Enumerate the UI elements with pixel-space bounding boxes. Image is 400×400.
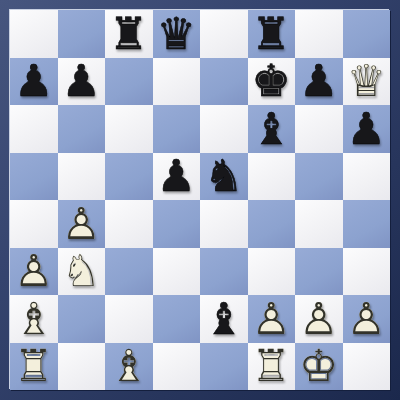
square-h7[interactable]: ♛♕ <box>343 58 391 106</box>
piece-black-bishop-e2[interactable]: ♝ <box>200 295 248 343</box>
square-d7[interactable] <box>153 58 201 106</box>
square-c4[interactable] <box>105 200 153 248</box>
square-f4[interactable] <box>248 200 296 248</box>
black-bishop-icon: ♝ <box>248 105 296 153</box>
black-pawn-icon: ♟ <box>58 58 106 106</box>
square-e2[interactable]: ♝ <box>200 295 248 343</box>
piece-white-pawn-f2[interactable]: ♟♙ <box>248 295 296 343</box>
square-f7[interactable]: ♚ <box>248 58 296 106</box>
black-rook-icon: ♜ <box>248 10 296 58</box>
square-a7[interactable]: ♟ <box>10 58 58 106</box>
square-f5[interactable] <box>248 153 296 201</box>
square-b1[interactable] <box>58 343 106 391</box>
square-g1[interactable]: ♚♔ <box>295 343 343 391</box>
black-king-icon: ♚ <box>248 58 296 106</box>
white-pawn-outline-icon: ♙ <box>10 248 58 296</box>
square-d8[interactable]: ♛ <box>153 10 201 58</box>
square-e1[interactable] <box>200 343 248 391</box>
piece-white-knight-b3[interactable]: ♞♘ <box>58 248 106 296</box>
square-c1[interactable]: ♝♗ <box>105 343 153 391</box>
square-d4[interactable] <box>153 200 201 248</box>
square-g8[interactable] <box>295 10 343 58</box>
square-d6[interactable] <box>153 105 201 153</box>
piece-black-king-f7[interactable]: ♚ <box>248 58 296 106</box>
square-g4[interactable] <box>295 200 343 248</box>
piece-white-bishop-c1[interactable]: ♝♗ <box>105 343 153 391</box>
white-queen-outline-icon: ♕ <box>343 58 391 106</box>
black-pawn-icon: ♟ <box>10 58 58 106</box>
black-pawn-icon: ♟ <box>343 105 391 153</box>
black-queen-icon: ♛ <box>153 10 201 58</box>
piece-black-rook-c8[interactable]: ♜ <box>105 10 153 58</box>
square-f8[interactable]: ♜ <box>248 10 296 58</box>
piece-white-pawn-b4[interactable]: ♟♙ <box>58 200 106 248</box>
square-b6[interactable] <box>58 105 106 153</box>
piece-white-pawn-g2[interactable]: ♟♙ <box>295 295 343 343</box>
square-c2[interactable] <box>105 295 153 343</box>
square-c7[interactable] <box>105 58 153 106</box>
square-a3[interactable]: ♟♙ <box>10 248 58 296</box>
square-a5[interactable] <box>10 153 58 201</box>
square-d1[interactable] <box>153 343 201 391</box>
piece-black-pawn-g7[interactable]: ♟ <box>295 58 343 106</box>
black-knight-icon: ♞ <box>200 153 248 201</box>
white-pawn-outline-icon: ♙ <box>295 295 343 343</box>
white-bishop-outline-icon: ♗ <box>10 295 58 343</box>
black-bishop-icon: ♝ <box>200 295 248 343</box>
square-a6[interactable] <box>10 105 58 153</box>
square-g5[interactable] <box>295 153 343 201</box>
square-c6[interactable] <box>105 105 153 153</box>
square-e3[interactable] <box>200 248 248 296</box>
square-f3[interactable] <box>248 248 296 296</box>
square-d5[interactable]: ♟ <box>153 153 201 201</box>
square-a8[interactable] <box>10 10 58 58</box>
square-h3[interactable] <box>343 248 391 296</box>
black-pawn-icon: ♟ <box>295 58 343 106</box>
square-b4[interactable]: ♟♙ <box>58 200 106 248</box>
piece-white-king-g1[interactable]: ♚♔ <box>295 343 343 391</box>
piece-white-rook-a1[interactable]: ♜♖ <box>10 343 58 391</box>
square-e4[interactable] <box>200 200 248 248</box>
piece-black-rook-f8[interactable]: ♜ <box>248 10 296 58</box>
square-f1[interactable]: ♜♖ <box>248 343 296 391</box>
square-c8[interactable]: ♜ <box>105 10 153 58</box>
piece-white-pawn-h2[interactable]: ♟♙ <box>343 295 391 343</box>
square-h6[interactable]: ♟ <box>343 105 391 153</box>
black-pawn-icon: ♟ <box>153 153 201 201</box>
square-e5[interactable]: ♞ <box>200 153 248 201</box>
square-h4[interactable] <box>343 200 391 248</box>
piece-white-queen-h7[interactable]: ♛♕ <box>343 58 391 106</box>
square-a1[interactable]: ♜♖ <box>10 343 58 391</box>
square-g7[interactable]: ♟ <box>295 58 343 106</box>
chess-board: ♜♛♜♟♟♚♟♛♕♝♟♟♞♟♙♟♙♞♘♝♗♝♟♙♟♙♟♙♜♖♝♗♜♖♚♔ <box>10 10 390 390</box>
piece-black-pawn-b7[interactable]: ♟ <box>58 58 106 106</box>
white-king-outline-icon: ♔ <box>295 343 343 391</box>
square-d3[interactable] <box>153 248 201 296</box>
square-b7[interactable]: ♟ <box>58 58 106 106</box>
square-b2[interactable] <box>58 295 106 343</box>
square-f6[interactable]: ♝ <box>248 105 296 153</box>
piece-black-pawn-a7[interactable]: ♟ <box>10 58 58 106</box>
piece-black-knight-e5[interactable]: ♞ <box>200 153 248 201</box>
square-e8[interactable] <box>200 10 248 58</box>
white-pawn-outline-icon: ♙ <box>58 200 106 248</box>
square-c3[interactable] <box>105 248 153 296</box>
white-knight-outline-icon: ♘ <box>58 248 106 296</box>
white-rook-outline-icon: ♖ <box>10 343 58 391</box>
piece-black-pawn-h6[interactable]: ♟ <box>343 105 391 153</box>
board-frame: ♜♛♜♟♟♚♟♛♕♝♟♟♞♟♙♟♙♞♘♝♗♝♟♙♟♙♟♙♜♖♝♗♜♖♚♔ <box>0 0 400 400</box>
white-pawn-outline-icon: ♙ <box>248 295 296 343</box>
square-d2[interactable] <box>153 295 201 343</box>
square-h1[interactable] <box>343 343 391 391</box>
square-h2[interactable]: ♟♙ <box>343 295 391 343</box>
square-h5[interactable] <box>343 153 391 201</box>
square-b8[interactable] <box>58 10 106 58</box>
piece-black-bishop-f6[interactable]: ♝ <box>248 105 296 153</box>
square-g3[interactable] <box>295 248 343 296</box>
piece-black-queen-d8[interactable]: ♛ <box>153 10 201 58</box>
square-e7[interactable] <box>200 58 248 106</box>
square-h8[interactable] <box>343 10 391 58</box>
piece-white-bishop-a2[interactable]: ♝♗ <box>10 295 58 343</box>
square-g2[interactable]: ♟♙ <box>295 295 343 343</box>
square-b5[interactable] <box>58 153 106 201</box>
square-c5[interactable] <box>105 153 153 201</box>
square-g6[interactable] <box>295 105 343 153</box>
white-bishop-outline-icon: ♗ <box>105 343 153 391</box>
piece-white-rook-f1[interactable]: ♜♖ <box>248 343 296 391</box>
square-a2[interactable]: ♝♗ <box>10 295 58 343</box>
piece-black-pawn-d5[interactable]: ♟ <box>153 153 201 201</box>
square-e6[interactable] <box>200 105 248 153</box>
black-rook-icon: ♜ <box>105 10 153 58</box>
white-rook-outline-icon: ♖ <box>248 343 296 391</box>
square-b3[interactable]: ♞♘ <box>58 248 106 296</box>
piece-white-pawn-a3[interactable]: ♟♙ <box>10 248 58 296</box>
square-f2[interactable]: ♟♙ <box>248 295 296 343</box>
white-pawn-outline-icon: ♙ <box>343 295 391 343</box>
square-a4[interactable] <box>10 200 58 248</box>
